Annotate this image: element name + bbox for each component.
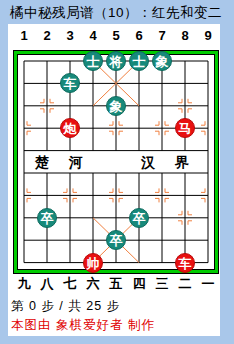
bottom-file-label: 五: [107, 277, 125, 291]
top-file-label: 5: [107, 29, 125, 43]
piece-black-advisor-right[interactable]: 士: [129, 51, 149, 71]
piece-black-advisor-left[interactable]: 士: [83, 51, 103, 71]
piece-black-general[interactable]: 将: [106, 51, 126, 71]
piece-black-pawn-right[interactable]: 卒: [129, 208, 149, 228]
bottom-file-label: 三: [153, 277, 171, 291]
top-file-label: 3: [61, 29, 79, 43]
diagram-title: 橘中秘残局谱（10）：红先和变二: [10, 4, 232, 22]
river-label-han-jie: 汉界: [141, 152, 189, 174]
piece-black-pawn-left[interactable]: 卒: [37, 208, 57, 228]
board-green-border: 楚河 汉界 士将士象车象炮马卒卒卒帅车: [14, 51, 218, 273]
bottom-file-label: 六: [84, 277, 102, 291]
top-file-label: 6: [130, 29, 148, 43]
top-file-label: 9: [199, 29, 217, 43]
board-inner: 楚河 汉界 士将士象车象炮马卒卒卒帅车: [17, 54, 215, 270]
top-file-label: 1: [15, 29, 33, 43]
bottom-file-label: 八: [38, 277, 56, 291]
piece-red-general[interactable]: 帅: [83, 253, 103, 273]
piece-black-elephant-right[interactable]: 象: [152, 51, 172, 71]
move-counter: 第 0 步 / 共 25 步: [11, 298, 120, 315]
top-file-label: 8: [176, 29, 194, 43]
bottom-file-label: 九: [15, 277, 33, 291]
bottom-file-label: 二: [176, 277, 194, 291]
bottom-file-label: 四: [130, 277, 148, 291]
xiangqi-board[interactable]: 楚河 汉界 士将士象车象炮马卒卒卒帅车: [13, 50, 219, 274]
credit-line: 本图由 象棋爱好者 制作: [11, 317, 155, 334]
top-file-label: 7: [153, 29, 171, 43]
piece-black-elephant-center[interactable]: 象: [106, 96, 126, 116]
bottom-file-label: 七: [61, 277, 79, 291]
bottom-file-label: 一: [199, 277, 217, 291]
piece-red-chariot[interactable]: 车: [175, 253, 195, 273]
river-label-chu-he: 楚河: [35, 152, 83, 174]
page-background: { "game": "xiangqi", "title": "橘中秘残局谱（10…: [0, 0, 234, 344]
top-file-label: 2: [38, 29, 56, 43]
top-file-label: 4: [84, 29, 102, 43]
